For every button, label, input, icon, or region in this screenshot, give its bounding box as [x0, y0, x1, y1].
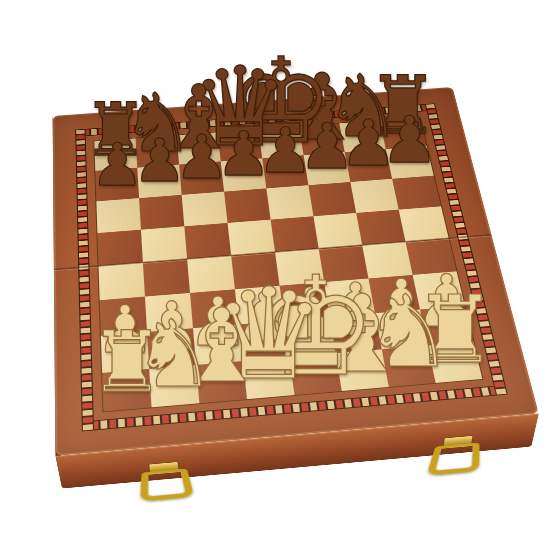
square-d6[interactable] — [224, 188, 271, 223]
chess-set-photo: ♜♞♝♛♚♝♞♜♟♟♟♟♟♟♟♟♟♟♟♟♟♟♟♟♜♞♝♛♚♝♞♜ — [0, 0, 560, 560]
square-c5[interactable] — [184, 223, 231, 259]
square-h5[interactable] — [399, 206, 449, 241]
square-a5[interactable] — [97, 230, 143, 266]
right-clasp — [430, 435, 479, 485]
square-e6[interactable] — [266, 185, 313, 219]
square-c6[interactable] — [182, 192, 228, 227]
square-f5[interactable] — [313, 213, 362, 249]
square-b5[interactable] — [141, 226, 187, 262]
square-f6[interactable] — [308, 182, 356, 216]
piece-white-rook-a1[interactable]: ♜ — [89, 320, 164, 404]
square-a6[interactable] — [96, 198, 141, 233]
right-clasp-loop-icon — [426, 443, 479, 476]
piece-black-pawn-a7[interactable]: ♟ — [91, 135, 144, 194]
square-h6[interactable] — [392, 176, 441, 210]
left-clasp — [141, 461, 189, 511]
square-g6[interactable] — [350, 179, 398, 213]
square-b6[interactable] — [139, 195, 184, 230]
square-g5[interactable] — [356, 210, 405, 245]
left-clasp-loop-icon — [140, 469, 194, 502]
